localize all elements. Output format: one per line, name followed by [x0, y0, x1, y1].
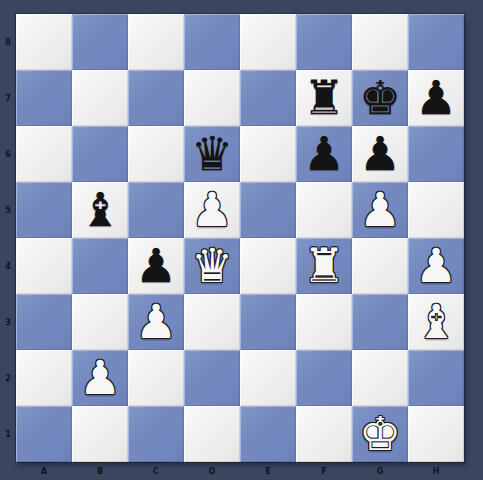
file-label-a: A [16, 462, 72, 480]
square-a2[interactable] [16, 350, 72, 406]
square-e4[interactable] [240, 238, 296, 294]
rank-labels: 87654321 [0, 14, 16, 462]
square-c3[interactable]: ♟ [128, 294, 184, 350]
square-d4[interactable]: ♛ [184, 238, 240, 294]
black-pawn-g6[interactable]: ♟ [352, 126, 408, 182]
black-bishop-b5[interactable]: ♝ [72, 182, 128, 238]
white-rook-f4[interactable]: ♜ [296, 238, 352, 294]
white-bishop-h3[interactable]: ♝ [408, 294, 464, 350]
square-g2[interactable] [352, 350, 408, 406]
square-c8[interactable] [128, 14, 184, 70]
square-c6[interactable] [128, 126, 184, 182]
file-label-c: C [128, 462, 184, 480]
file-labels: ABCDEFGH [16, 462, 464, 480]
square-f8[interactable] [296, 14, 352, 70]
black-pawn-h7[interactable]: ♟ [408, 70, 464, 126]
square-d8[interactable] [184, 14, 240, 70]
rank-label-8: 8 [0, 14, 16, 70]
square-f7[interactable]: ♜ [296, 70, 352, 126]
white-pawn-d5[interactable]: ♟ [184, 182, 240, 238]
square-c5[interactable] [128, 182, 184, 238]
file-label-h: H [408, 462, 464, 480]
white-pawn-b2[interactable]: ♟ [72, 350, 128, 406]
square-g6[interactable]: ♟ [352, 126, 408, 182]
square-f5[interactable] [296, 182, 352, 238]
square-c4[interactable]: ♟ [128, 238, 184, 294]
square-h3[interactable]: ♝ [408, 294, 464, 350]
file-label-e: E [240, 462, 296, 480]
square-f3[interactable] [296, 294, 352, 350]
square-d7[interactable] [184, 70, 240, 126]
white-king-g1[interactable]: ♚ [352, 406, 408, 462]
square-d6[interactable]: ♛ [184, 126, 240, 182]
file-label-d: D [184, 462, 240, 480]
square-e8[interactable] [240, 14, 296, 70]
square-b5[interactable]: ♝ [72, 182, 128, 238]
square-e2[interactable] [240, 350, 296, 406]
square-g3[interactable] [352, 294, 408, 350]
square-b4[interactable] [72, 238, 128, 294]
rank-label-3: 3 [0, 294, 16, 350]
white-pawn-h4[interactable]: ♟ [408, 238, 464, 294]
square-a7[interactable] [16, 70, 72, 126]
square-b1[interactable] [72, 406, 128, 462]
square-g4[interactable] [352, 238, 408, 294]
square-h7[interactable]: ♟ [408, 70, 464, 126]
white-pawn-g5[interactable]: ♟ [352, 182, 408, 238]
file-label-g: G [352, 462, 408, 480]
black-pawn-c4[interactable]: ♟ [128, 238, 184, 294]
white-pawn-c3[interactable]: ♟ [128, 294, 184, 350]
square-e6[interactable] [240, 126, 296, 182]
rank-label-2: 2 [0, 350, 16, 406]
square-f4[interactable]: ♜ [296, 238, 352, 294]
chess-board: ♜♚♟♛♟♟♝♟♟♟♛♜♟♟♝♟♚ [16, 14, 464, 462]
square-h1[interactable] [408, 406, 464, 462]
square-a1[interactable] [16, 406, 72, 462]
square-b8[interactable] [72, 14, 128, 70]
square-a4[interactable] [16, 238, 72, 294]
square-g7[interactable]: ♚ [352, 70, 408, 126]
rank-label-7: 7 [0, 70, 16, 126]
square-d5[interactable]: ♟ [184, 182, 240, 238]
file-label-f: F [296, 462, 352, 480]
rank-label-4: 4 [0, 238, 16, 294]
square-b6[interactable] [72, 126, 128, 182]
square-f2[interactable] [296, 350, 352, 406]
chess-diagram: 87654321 ♜♚♟♛♟♟♝♟♟♟♛♜♟♟♝♟♚ ABCDEFGH [0, 0, 483, 480]
square-b3[interactable] [72, 294, 128, 350]
square-c7[interactable] [128, 70, 184, 126]
square-b7[interactable] [72, 70, 128, 126]
black-rook-f7[interactable]: ♜ [296, 70, 352, 126]
square-b2[interactable]: ♟ [72, 350, 128, 406]
square-a5[interactable] [16, 182, 72, 238]
white-queen-d4[interactable]: ♛ [184, 238, 240, 294]
rank-label-5: 5 [0, 182, 16, 238]
black-pawn-f6[interactable]: ♟ [296, 126, 352, 182]
square-d1[interactable] [184, 406, 240, 462]
square-h5[interactable] [408, 182, 464, 238]
square-a8[interactable] [16, 14, 72, 70]
file-label-b: B [72, 462, 128, 480]
rank-label-1: 1 [0, 406, 16, 462]
square-g5[interactable]: ♟ [352, 182, 408, 238]
square-e7[interactable] [240, 70, 296, 126]
square-a6[interactable] [16, 126, 72, 182]
square-d2[interactable] [184, 350, 240, 406]
square-e1[interactable] [240, 406, 296, 462]
square-h2[interactable] [408, 350, 464, 406]
rank-label-6: 6 [0, 126, 16, 182]
square-f1[interactable] [296, 406, 352, 462]
square-a3[interactable] [16, 294, 72, 350]
square-c1[interactable] [128, 406, 184, 462]
square-e3[interactable] [240, 294, 296, 350]
square-h6[interactable] [408, 126, 464, 182]
square-e5[interactable] [240, 182, 296, 238]
square-d3[interactable] [184, 294, 240, 350]
square-f6[interactable]: ♟ [296, 126, 352, 182]
square-g8[interactable] [352, 14, 408, 70]
square-h8[interactable] [408, 14, 464, 70]
square-g1[interactable]: ♚ [352, 406, 408, 462]
black-king-g7[interactable]: ♚ [352, 70, 408, 126]
square-c2[interactable] [128, 350, 184, 406]
square-h4[interactable]: ♟ [408, 238, 464, 294]
black-queen-d6[interactable]: ♛ [184, 126, 240, 182]
